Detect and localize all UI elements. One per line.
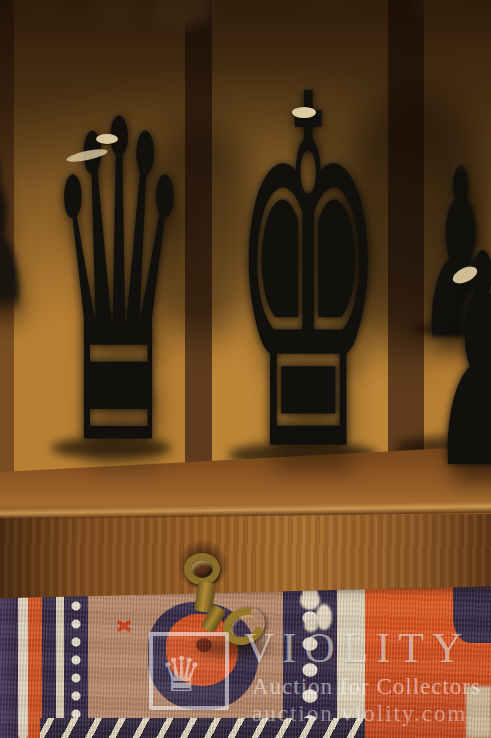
queen-cap-inlay-dot: [96, 134, 118, 144]
black-queen: ♛: [46, 126, 176, 446]
black-pawn-front: ♟: [430, 269, 491, 458]
crown-icon: ♛: [160, 648, 220, 700]
key-bow-icon: [184, 553, 220, 585]
black-piece-partial: ♟: [0, 167, 19, 300]
watermark-url: auction.violity.com: [252, 701, 488, 727]
watermark-subtitle: Auction for Collectors: [252, 674, 488, 700]
watermark-title: VIOLITY: [244, 626, 490, 670]
king-cap-inlay-dot: [292, 107, 316, 118]
black-king: ♚: [232, 102, 368, 452]
auction-photo: ♟ ♛ ♚ ♟ ♟ ♛: [0, 0, 491, 738]
